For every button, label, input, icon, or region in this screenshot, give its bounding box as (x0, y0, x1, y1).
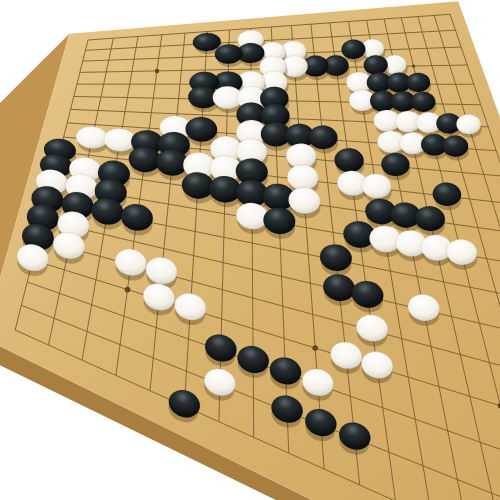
hoshi-point (125, 287, 131, 293)
hoshi-point (412, 64, 415, 67)
black-stone-body[interactable] (364, 55, 388, 75)
go-scene: Go board with black and white stones, mi… (0, 0, 500, 500)
hoshi-point (155, 69, 159, 73)
go-board[interactable] (0, 0, 500, 500)
black-stone-body[interactable] (406, 73, 430, 92)
black-stone-body[interactable] (411, 92, 436, 113)
hoshi-point (312, 345, 318, 351)
